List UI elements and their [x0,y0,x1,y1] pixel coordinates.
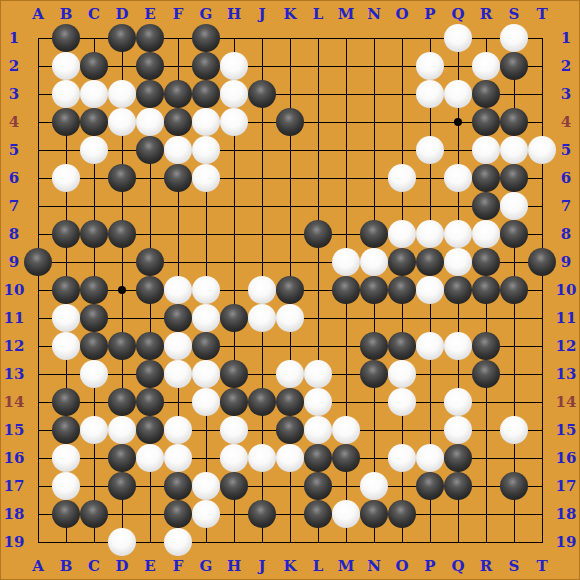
stone-white-Q3[interactable] [444,80,472,108]
stone-black-M10[interactable] [332,276,360,304]
stone-white-F15[interactable] [164,416,192,444]
stone-black-B15[interactable] [52,416,80,444]
stone-white-H15[interactable] [220,416,248,444]
row-label-left-19: 19 [4,535,25,550]
col-label-top-M: M [338,7,355,22]
row-label-left-16: 16 [4,451,25,466]
stone-black-E14[interactable] [136,388,164,416]
stone-white-F5[interactable] [164,136,192,164]
stone-white-G4[interactable] [192,108,220,136]
col-label-top-P: P [424,7,435,22]
stone-black-Q17[interactable] [444,472,472,500]
row-label-right-8: 8 [561,227,571,242]
col-label-top-L: L [313,7,324,22]
col-label-bottom-A: A [32,559,44,574]
col-label-bottom-P: P [424,559,435,574]
stone-black-G3[interactable] [192,80,220,108]
row-label-left-1: 1 [9,31,19,46]
stone-black-S17[interactable] [500,472,528,500]
stone-white-Q15[interactable] [444,416,472,444]
stone-black-J3[interactable] [248,80,276,108]
stone-white-E16[interactable] [136,444,164,472]
stone-black-B8[interactable] [52,220,80,248]
stone-black-F17[interactable] [164,472,192,500]
col-label-top-D: D [115,7,128,22]
col-label-top-N: N [367,7,381,22]
stone-black-L8[interactable] [304,220,332,248]
stone-white-G6[interactable] [192,164,220,192]
stone-black-J14[interactable] [248,388,276,416]
stone-white-O13[interactable] [388,360,416,388]
row-label-right-17: 17 [556,479,577,494]
stone-white-D4[interactable] [108,108,136,136]
stone-black-D17[interactable] [108,472,136,500]
stone-black-S10[interactable] [500,276,528,304]
col-label-bottom-M: M [338,559,355,574]
col-label-top-E: E [144,7,155,22]
stone-black-N18[interactable] [360,500,388,528]
stone-white-M18[interactable] [332,500,360,528]
col-label-bottom-H: H [227,559,241,574]
stone-black-S8[interactable] [500,220,528,248]
go-board[interactable]: AABBCCDDEEFFGGHHJJKKLLMMNNOOPPQQRRSSTT11… [0,0,580,580]
stone-black-E13[interactable] [136,360,164,388]
stone-white-G17[interactable] [192,472,220,500]
row-label-left-11: 11 [4,311,25,326]
row-label-right-11: 11 [556,311,577,326]
row-label-left-2: 2 [9,59,19,74]
stone-white-O8[interactable] [388,220,416,248]
stone-black-K15[interactable] [276,416,304,444]
stone-black-C18[interactable] [80,500,108,528]
stone-white-J11[interactable] [248,304,276,332]
stone-black-D1[interactable] [108,24,136,52]
stone-white-M15[interactable] [332,416,360,444]
stone-white-F10[interactable] [164,276,192,304]
row-label-left-4: 4 [9,115,19,130]
stone-black-D12[interactable] [108,332,136,360]
row-label-right-1: 1 [561,31,571,46]
stone-white-Q6[interactable] [444,164,472,192]
col-label-bottom-E: E [144,559,155,574]
stone-white-N9[interactable] [360,248,388,276]
stone-white-B2[interactable] [52,52,80,80]
stone-white-B11[interactable] [52,304,80,332]
stone-black-N8[interactable] [360,220,388,248]
stone-white-D19[interactable] [108,528,136,556]
stone-black-B4[interactable] [52,108,80,136]
row-label-right-3: 3 [561,87,571,102]
stone-black-B10[interactable] [52,276,80,304]
col-label-bottom-D: D [115,559,128,574]
row-label-right-12: 12 [556,339,577,354]
stone-black-R10[interactable] [472,276,500,304]
stone-white-K16[interactable] [276,444,304,472]
stone-black-R4[interactable] [472,108,500,136]
stone-white-N17[interactable] [360,472,388,500]
stone-black-P9[interactable] [416,248,444,276]
stone-white-B17[interactable] [52,472,80,500]
row-label-right-10: 10 [556,283,577,298]
col-label-bottom-B: B [60,559,73,574]
stone-black-C8[interactable] [80,220,108,248]
stone-black-E2[interactable] [136,52,164,80]
stone-black-D6[interactable] [108,164,136,192]
stone-white-P16[interactable] [416,444,444,472]
stone-white-S15[interactable] [500,416,528,444]
row-label-right-2: 2 [561,59,571,74]
stone-white-L13[interactable] [304,360,332,388]
stone-white-L14[interactable] [304,388,332,416]
row-label-left-12: 12 [4,339,25,354]
col-label-top-T: T [536,7,547,22]
stone-black-H17[interactable] [220,472,248,500]
stone-white-K13[interactable] [276,360,304,388]
col-label-bottom-K: K [283,559,296,574]
col-label-bottom-G: G [200,559,213,574]
stone-white-Q1[interactable] [444,24,472,52]
stone-black-R9[interactable] [472,248,500,276]
stone-black-Q16[interactable] [444,444,472,472]
stone-black-K14[interactable] [276,388,304,416]
row-label-left-10: 10 [4,283,25,298]
col-label-bottom-O: O [395,559,408,574]
row-label-left-3: 3 [9,87,19,102]
stone-white-L15[interactable] [304,416,332,444]
stone-white-O6[interactable] [388,164,416,192]
row-label-right-7: 7 [561,199,571,214]
row-label-right-16: 16 [556,451,577,466]
stone-black-F4[interactable] [164,108,192,136]
stone-black-L17[interactable] [304,472,332,500]
stone-white-P5[interactable] [416,136,444,164]
stone-black-E3[interactable] [136,80,164,108]
row-label-left-9: 9 [9,255,19,270]
stone-black-R7[interactable] [472,192,500,220]
row-label-right-4: 4 [561,115,571,130]
stone-white-S7[interactable] [500,192,528,220]
stone-black-K10[interactable] [276,276,304,304]
stone-black-R6[interactable] [472,164,500,192]
stone-black-E10[interactable] [136,276,164,304]
stone-black-L16[interactable] [304,444,332,472]
stone-black-J18[interactable] [248,500,276,528]
stone-black-R3[interactable] [472,80,500,108]
stone-white-G18[interactable] [192,500,220,528]
stone-white-G14[interactable] [192,388,220,416]
stone-black-H14[interactable] [220,388,248,416]
stone-black-D8[interactable] [108,220,136,248]
row-label-right-15: 15 [556,423,577,438]
row-label-left-14: 14 [4,395,25,410]
row-label-left-13: 13 [4,367,25,382]
stone-black-F3[interactable] [164,80,192,108]
stone-black-O9[interactable] [388,248,416,276]
row-label-left-8: 8 [9,227,19,242]
stone-black-O18[interactable] [388,500,416,528]
stone-black-C2[interactable] [80,52,108,80]
col-label-top-G: G [200,7,213,22]
row-label-left-7: 7 [9,199,19,214]
stone-white-Q12[interactable] [444,332,472,360]
stone-white-H3[interactable] [220,80,248,108]
stone-white-G5[interactable] [192,136,220,164]
col-label-bottom-L: L [313,559,324,574]
stone-white-M9[interactable] [332,248,360,276]
col-label-bottom-J: J [258,559,265,574]
col-label-bottom-Q: Q [451,559,464,574]
stone-white-P3[interactable] [416,80,444,108]
row-label-right-18: 18 [556,507,577,522]
col-label-top-F: F [173,7,184,22]
stone-black-F6[interactable] [164,164,192,192]
row-label-left-18: 18 [4,507,25,522]
stone-white-J10[interactable] [248,276,276,304]
stone-black-B1[interactable] [52,24,80,52]
stone-white-F19[interactable] [164,528,192,556]
stone-white-G10[interactable] [192,276,220,304]
row-label-left-6: 6 [9,171,19,186]
stone-black-C4[interactable] [80,108,108,136]
stone-black-E5[interactable] [136,136,164,164]
col-label-top-C: C [88,7,100,22]
stone-black-C12[interactable] [80,332,108,360]
stone-white-C15[interactable] [80,416,108,444]
grid-line [542,38,543,543]
stone-black-A9[interactable] [24,248,52,276]
stone-white-R5[interactable] [472,136,500,164]
stone-black-B18[interactable] [52,500,80,528]
stone-black-C11[interactable] [80,304,108,332]
stone-black-Q10[interactable] [444,276,472,304]
row-label-right-5: 5 [561,143,571,158]
stone-white-S1[interactable] [500,24,528,52]
col-label-top-H: H [227,7,241,22]
row-label-right-6: 6 [561,171,571,186]
stone-black-L18[interactable] [304,500,332,528]
stone-white-B6[interactable] [52,164,80,192]
col-label-bottom-C: C [88,559,100,574]
stone-black-F18[interactable] [164,500,192,528]
stone-white-B3[interactable] [52,80,80,108]
row-label-right-9: 9 [561,255,571,270]
stone-black-T9[interactable] [528,248,556,276]
stone-white-H16[interactable] [220,444,248,472]
stone-white-R2[interactable] [472,52,500,80]
stone-white-Q14[interactable] [444,388,472,416]
stone-black-H13[interactable] [220,360,248,388]
stone-white-G11[interactable] [192,304,220,332]
stone-white-F16[interactable] [164,444,192,472]
stone-black-N10[interactable] [360,276,388,304]
stone-black-E1[interactable] [136,24,164,52]
stone-black-R13[interactable] [472,360,500,388]
stone-white-F12[interactable] [164,332,192,360]
col-label-bottom-F: F [173,559,184,574]
col-label-bottom-N: N [367,559,381,574]
col-label-top-A: A [32,7,44,22]
stone-white-C13[interactable] [80,360,108,388]
stone-black-E12[interactable] [136,332,164,360]
stone-white-F13[interactable] [164,360,192,388]
stone-black-D16[interactable] [108,444,136,472]
stone-black-S4[interactable] [500,108,528,136]
stone-white-G13[interactable] [192,360,220,388]
stone-white-B12[interactable] [52,332,80,360]
col-label-top-O: O [395,7,408,22]
stone-black-S6[interactable] [500,164,528,192]
stone-white-H2[interactable] [220,52,248,80]
stone-white-B16[interactable] [52,444,80,472]
stone-black-P17[interactable] [416,472,444,500]
stone-black-G12[interactable] [192,332,220,360]
stone-white-E4[interactable] [136,108,164,136]
col-label-bottom-S: S [509,559,520,574]
stone-black-H11[interactable] [220,304,248,332]
stone-white-D15[interactable] [108,416,136,444]
stone-black-N13[interactable] [360,360,388,388]
stone-white-O14[interactable] [388,388,416,416]
col-label-top-R: R [480,7,492,22]
stone-white-Q8[interactable] [444,220,472,248]
row-label-right-13: 13 [556,367,577,382]
stone-white-C5[interactable] [80,136,108,164]
stone-black-O12[interactable] [388,332,416,360]
stone-white-H4[interactable] [220,108,248,136]
row-label-left-5: 5 [9,143,19,158]
col-label-top-K: K [283,7,296,22]
stone-black-E9[interactable] [136,248,164,276]
stone-black-G2[interactable] [192,52,220,80]
row-label-right-14: 14 [556,395,577,410]
col-label-top-Q: Q [451,7,464,22]
stone-white-P2[interactable] [416,52,444,80]
stone-white-P12[interactable] [416,332,444,360]
stone-black-M16[interactable] [332,444,360,472]
stone-black-O10[interactable] [388,276,416,304]
stone-black-D14[interactable] [108,388,136,416]
stone-black-S2[interactable] [500,52,528,80]
stone-white-R8[interactable] [472,220,500,248]
stone-black-F11[interactable] [164,304,192,332]
stone-black-N12[interactable] [360,332,388,360]
stone-black-C10[interactable] [80,276,108,304]
stone-white-P10[interactable] [416,276,444,304]
col-label-top-S: S [509,7,520,22]
col-label-bottom-T: T [536,559,547,574]
stone-white-C3[interactable] [80,80,108,108]
stone-white-T5[interactable] [528,136,556,164]
col-label-top-B: B [60,7,73,22]
stone-white-J16[interactable] [248,444,276,472]
col-label-bottom-R: R [480,559,492,574]
stone-white-D3[interactable] [108,80,136,108]
grid-line [38,514,543,515]
stone-white-S5[interactable] [500,136,528,164]
stone-white-O16[interactable] [388,444,416,472]
stone-black-E15[interactable] [136,416,164,444]
stone-black-K4[interactable] [276,108,304,136]
row-label-left-17: 17 [4,479,25,494]
stone-black-R12[interactable] [472,332,500,360]
stone-white-K11[interactable] [276,304,304,332]
stone-white-Q9[interactable] [444,248,472,276]
stone-white-P8[interactable] [416,220,444,248]
row-label-left-15: 15 [4,423,25,438]
star-point-Q4 [454,118,462,126]
col-label-top-J: J [258,7,265,22]
row-label-right-19: 19 [556,535,577,550]
stone-black-B14[interactable] [52,388,80,416]
stone-black-G1[interactable] [192,24,220,52]
star-point-D10 [118,286,126,294]
